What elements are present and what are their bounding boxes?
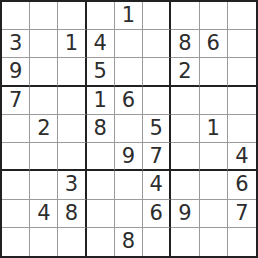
cell-r9c2[interactable] [30, 228, 58, 256]
cell-r9c8[interactable] [200, 228, 228, 256]
cell-r8c8[interactable] [200, 200, 228, 228]
cell-r4c9[interactable] [228, 87, 256, 115]
cell-r8c9: 7 [228, 200, 256, 228]
cell-r6c3[interactable] [58, 143, 86, 171]
cell-r4c3[interactable] [58, 87, 86, 115]
cell-r3c2[interactable] [30, 58, 58, 86]
cell-r8c2: 4 [30, 200, 58, 228]
cell-r1c7[interactable] [171, 2, 199, 30]
cell-r6c8[interactable] [200, 143, 228, 171]
cell-r6c6: 7 [143, 143, 171, 171]
sudoku-board: 1314869527162851974346486978 [0, 0, 258, 258]
cell-r2c3: 1 [58, 30, 86, 58]
cell-r8c3: 8 [58, 200, 86, 228]
cell-r3c4: 5 [87, 58, 115, 86]
cell-r3c7: 2 [171, 58, 199, 86]
cell-r3c5[interactable] [115, 58, 143, 86]
cell-r8c6: 6 [143, 200, 171, 228]
cell-r7c8[interactable] [200, 171, 228, 199]
cell-r3c3[interactable] [58, 58, 86, 86]
cell-r1c6[interactable] [143, 2, 171, 30]
cell-r3c1: 9 [2, 58, 30, 86]
cell-r4c2[interactable] [30, 87, 58, 115]
cell-r5c1[interactable] [2, 115, 30, 143]
cell-r9c7[interactable] [171, 228, 199, 256]
cell-r2c5[interactable] [115, 30, 143, 58]
cell-r2c6[interactable] [143, 30, 171, 58]
cell-r4c5: 6 [115, 87, 143, 115]
cell-r2c2[interactable] [30, 30, 58, 58]
cell-r7c7[interactable] [171, 171, 199, 199]
cell-r7c5[interactable] [115, 171, 143, 199]
cell-r1c4[interactable] [87, 2, 115, 30]
cell-r4c8[interactable] [200, 87, 228, 115]
cell-r5c8: 1 [200, 115, 228, 143]
cell-r6c9: 4 [228, 143, 256, 171]
cell-r7c3: 3 [58, 171, 86, 199]
cell-r8c1[interactable] [2, 200, 30, 228]
cell-r9c3[interactable] [58, 228, 86, 256]
cell-r3c9[interactable] [228, 58, 256, 86]
cell-r1c5: 1 [115, 2, 143, 30]
cell-r4c6[interactable] [143, 87, 171, 115]
cell-r2c8: 6 [200, 30, 228, 58]
cell-r2c9[interactable] [228, 30, 256, 58]
cell-r1c2[interactable] [30, 2, 58, 30]
cell-r5c2: 2 [30, 115, 58, 143]
cell-r2c1: 3 [2, 30, 30, 58]
cell-r9c4[interactable] [87, 228, 115, 256]
cell-r8c7: 9 [171, 200, 199, 228]
cell-r3c6[interactable] [143, 58, 171, 86]
cell-r5c9[interactable] [228, 115, 256, 143]
cell-r3c8[interactable] [200, 58, 228, 86]
cell-r1c1[interactable] [2, 2, 30, 30]
cell-r9c9[interactable] [228, 228, 256, 256]
sudoku-puzzle: 1314869527162851974346486978 [0, 0, 258, 258]
cell-r5c5[interactable] [115, 115, 143, 143]
cell-r9c1[interactable] [2, 228, 30, 256]
cell-r2c4: 4 [87, 30, 115, 58]
cell-r1c9[interactable] [228, 2, 256, 30]
cell-r7c2[interactable] [30, 171, 58, 199]
cell-r6c2[interactable] [30, 143, 58, 171]
cell-r6c5: 9 [115, 143, 143, 171]
cell-r6c7[interactable] [171, 143, 199, 171]
cell-r2c7: 8 [171, 30, 199, 58]
cell-r5c7[interactable] [171, 115, 199, 143]
cell-r9c6[interactable] [143, 228, 171, 256]
cell-r7c1[interactable] [2, 171, 30, 199]
cell-r7c6: 4 [143, 171, 171, 199]
cell-r4c1: 7 [2, 87, 30, 115]
cell-r6c1[interactable] [2, 143, 30, 171]
cell-r7c4[interactable] [87, 171, 115, 199]
cell-r5c6: 5 [143, 115, 171, 143]
cell-r1c8[interactable] [200, 2, 228, 30]
cell-r5c4: 8 [87, 115, 115, 143]
cell-r5c3[interactable] [58, 115, 86, 143]
cell-r4c7[interactable] [171, 87, 199, 115]
cell-r8c5[interactable] [115, 200, 143, 228]
cell-r9c5: 8 [115, 228, 143, 256]
cell-r4c4: 1 [87, 87, 115, 115]
cell-r7c9: 6 [228, 171, 256, 199]
cell-r6c4[interactable] [87, 143, 115, 171]
cell-r1c3[interactable] [58, 2, 86, 30]
cell-r8c4[interactable] [87, 200, 115, 228]
